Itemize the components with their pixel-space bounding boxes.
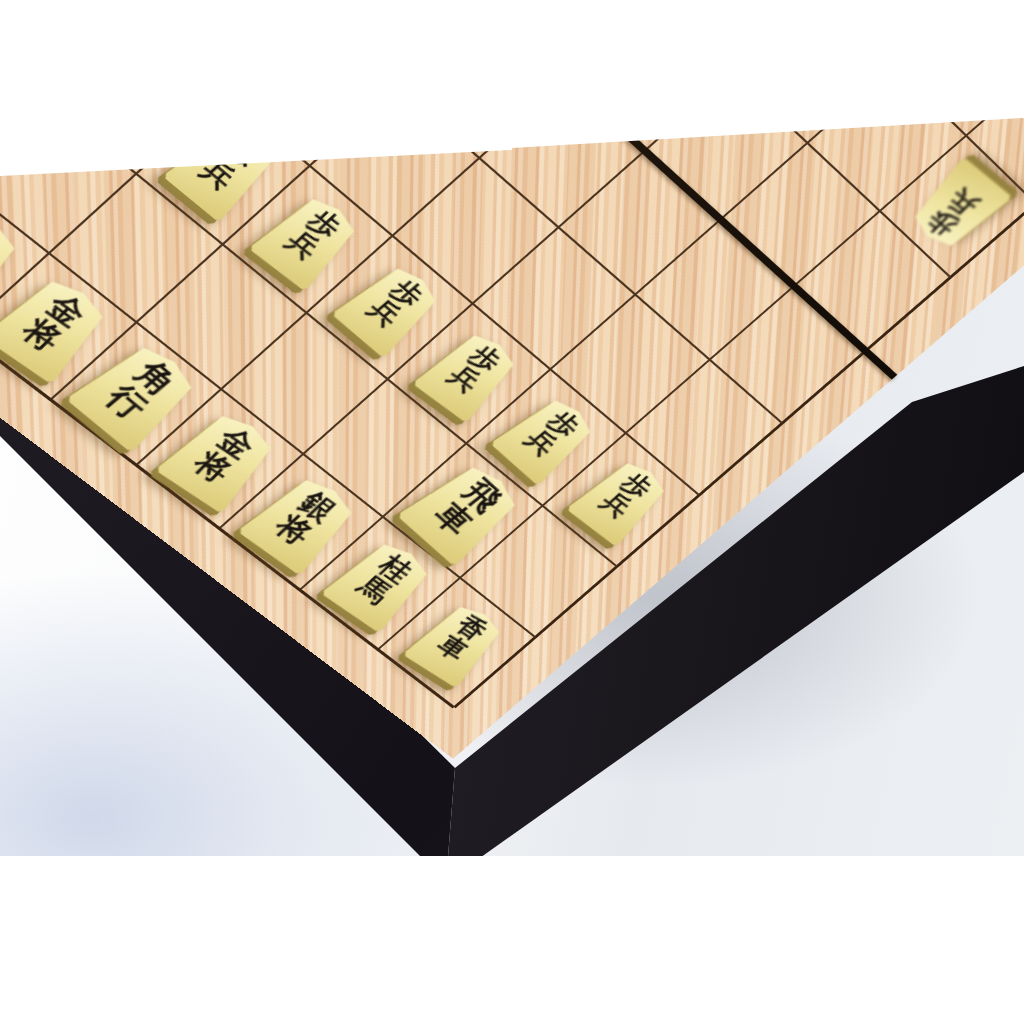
photo-crop-top-left bbox=[0, 0, 512, 180]
piece-face: 銀将 bbox=[237, 468, 366, 576]
piece-sente-pawn-1g[interactable]: 歩兵 bbox=[566, 453, 676, 547]
piece-kanji: 歩兵 bbox=[263, 192, 363, 278]
photo-crop-bottom bbox=[0, 856, 1024, 1024]
piece-kanji: 飛車 bbox=[411, 459, 525, 556]
piece-kanji: 桂馬 bbox=[334, 537, 436, 620]
piece-face: 香車 bbox=[402, 597, 512, 688]
piece-sente-gold-4i[interactable]: 金将 bbox=[155, 404, 286, 514]
piece-sente-silver-3i[interactable]: 銀将 bbox=[237, 468, 366, 576]
piece-gote-pawn-1c[interactable]: 歩兵 bbox=[903, 157, 1013, 257]
piece-kanji: 歩兵 bbox=[505, 393, 598, 473]
piece-kanji: 香車 bbox=[415, 601, 508, 675]
piece-face: 歩兵 bbox=[566, 453, 676, 547]
piece-sente-rook-2h[interactable]: 飛車 bbox=[396, 455, 529, 567]
shogi-photo: 歩兵歩兵歩兵歩兵歩兵歩兵歩兵飛車香車桂馬銀将金将角行金将銀将 bbox=[0, 0, 1024, 1024]
piece-kanji: 歩兵 bbox=[426, 328, 522, 409]
piece-face: 歩兵 bbox=[903, 157, 1013, 257]
piece-face: 歩兵 bbox=[490, 390, 603, 487]
piece-face: 飛車 bbox=[396, 455, 529, 567]
piece-kanji: 歩兵 bbox=[346, 261, 443, 345]
piece-face: 金将 bbox=[155, 404, 286, 514]
piece-sente-pawn-2g[interactable]: 歩兵 bbox=[490, 390, 603, 487]
piece-kanji: 歩兵 bbox=[580, 457, 672, 534]
piece-kanji: 歩兵 bbox=[907, 171, 999, 253]
piece-sente-lance-1i[interactable]: 香車 bbox=[402, 597, 512, 688]
piece-sente-bishop-5i[interactable]: 角行 bbox=[65, 334, 207, 453]
